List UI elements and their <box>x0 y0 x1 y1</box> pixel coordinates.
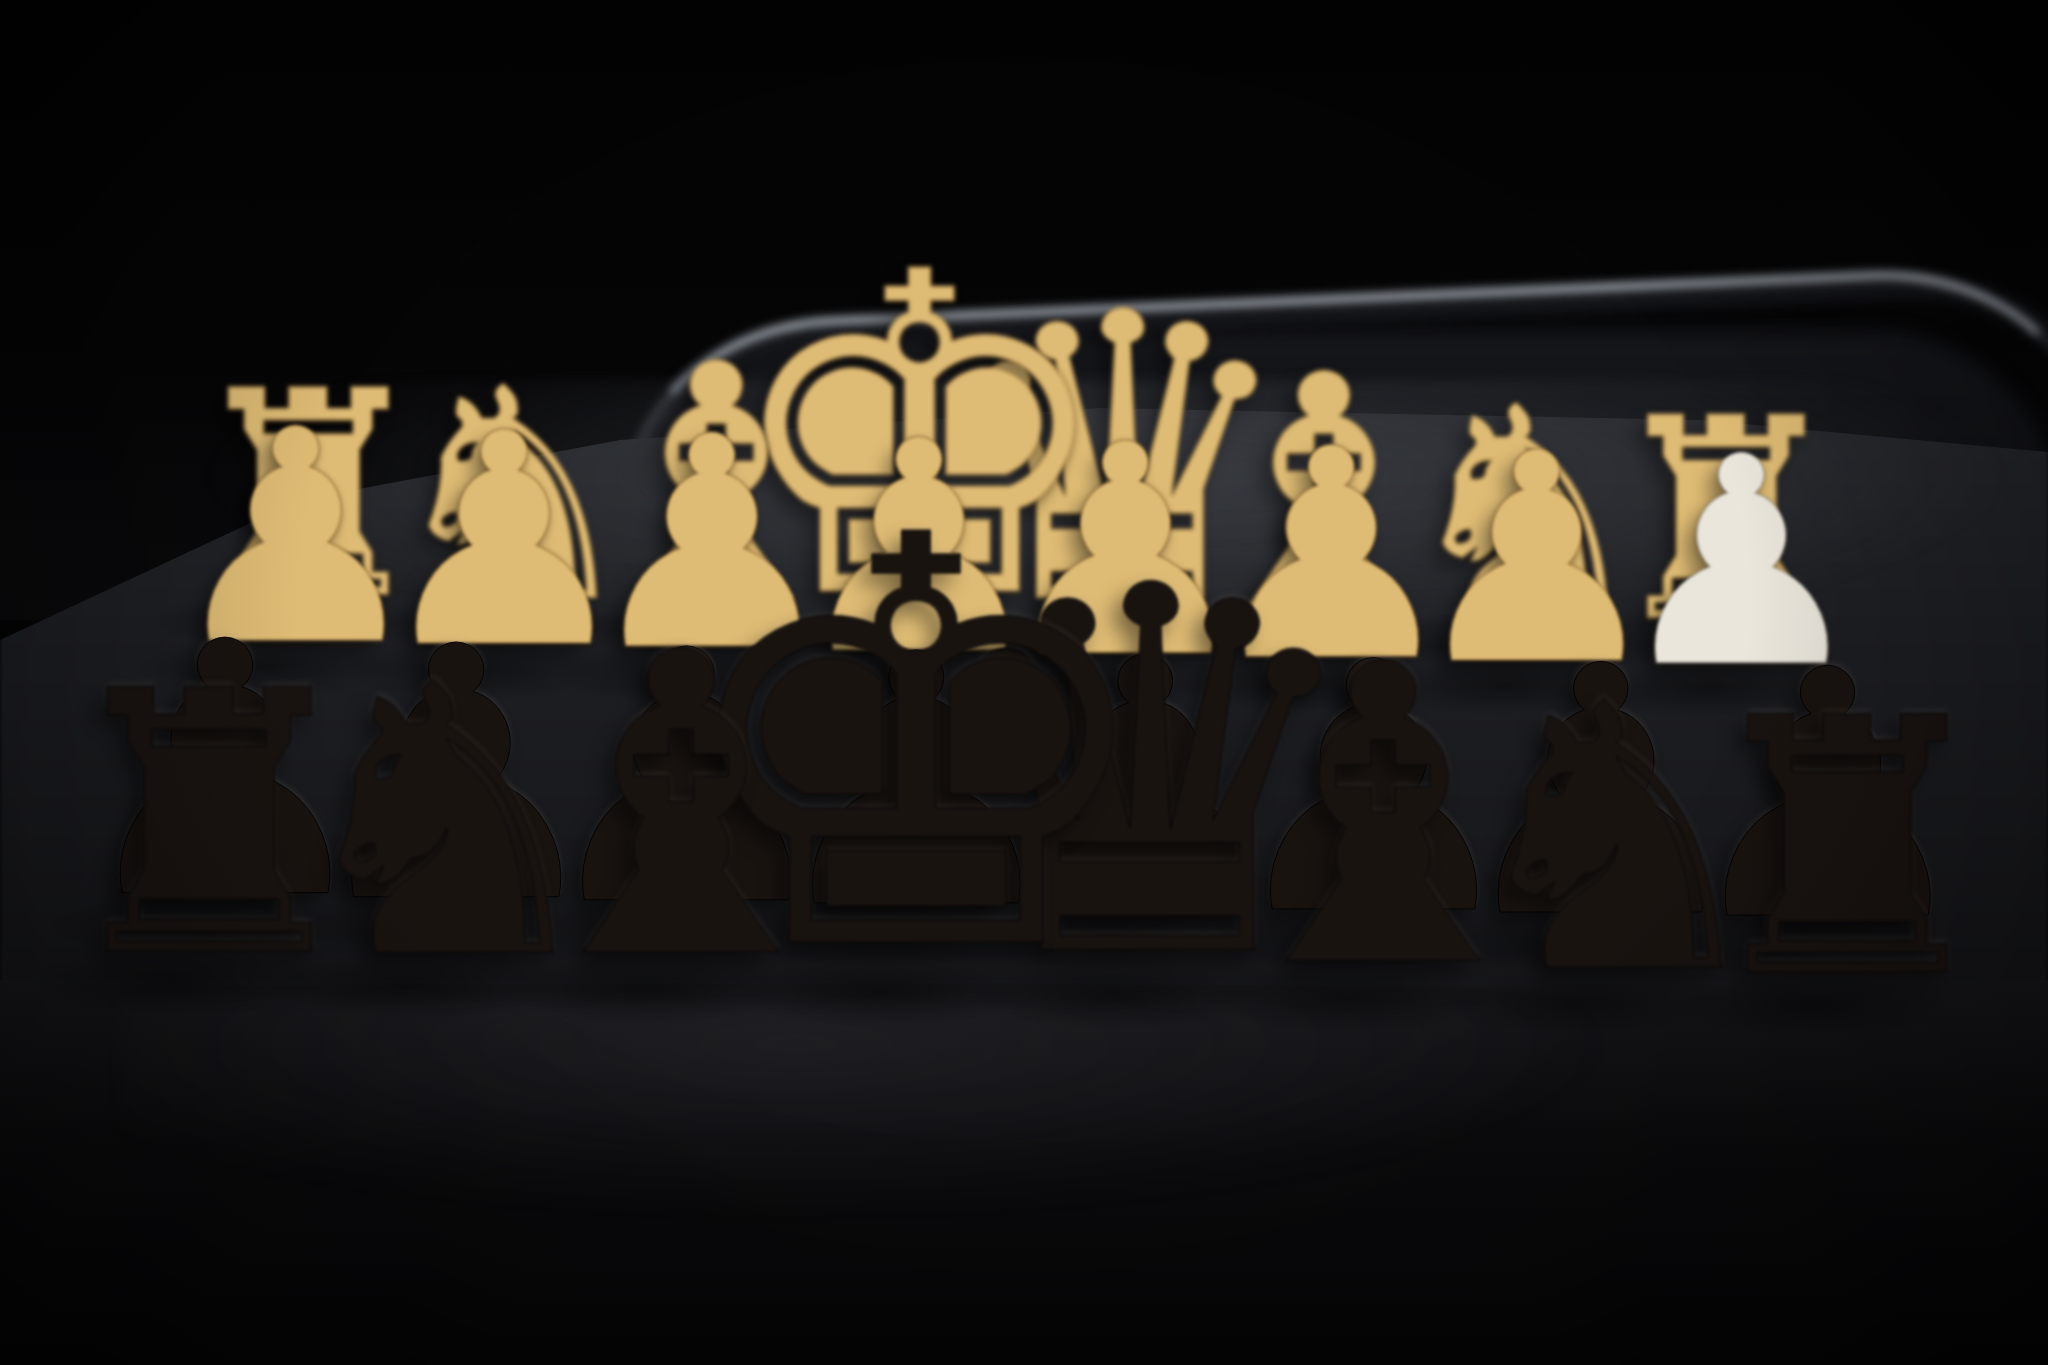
chair-leg-arc <box>980 1268 1740 1365</box>
piece-layer: ♜♞♝♛♚♝♞♜♟♟♟♟♟♟♟♟♟♟♟♟♟♟♟♟♜♞♝♛♚♝♞♜ <box>0 0 2048 1365</box>
piece-black-rook-h8[interactable]: ♜ <box>47 644 372 1007</box>
photo-chess-scene: hhggffeeddccbbaa1122334455667788 ♜♞♝♛♚♝♞… <box>0 0 2048 1365</box>
